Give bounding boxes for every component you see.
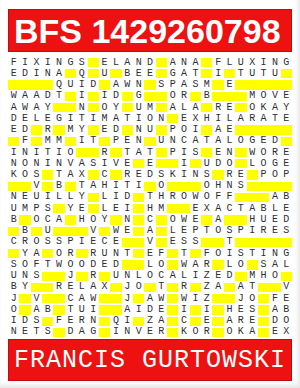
- blocked-cell: [190, 181, 201, 192]
- letter-cell: B: [19, 226, 30, 237]
- blocked-cell: [167, 293, 178, 304]
- letter-cell: O: [178, 192, 189, 203]
- blocked-cell: [281, 136, 292, 147]
- letter-cell: W: [178, 293, 189, 304]
- letter-cell: V: [144, 237, 155, 248]
- letter-cell: N: [133, 57, 144, 68]
- letter-cell: E: [281, 113, 292, 124]
- blocked-cell: [110, 282, 121, 293]
- blocked-cell: [201, 214, 212, 225]
- blocked-cell: [99, 79, 110, 90]
- letter-cell: H: [224, 304, 235, 315]
- letter-cell: U: [156, 136, 167, 147]
- blocked-cell: [133, 316, 144, 327]
- blocked-cell: [269, 181, 280, 192]
- letter-cell: M: [247, 91, 258, 102]
- letter-cell: T: [201, 136, 212, 147]
- blocked-cell: [65, 181, 76, 192]
- blocked-cell: [99, 271, 110, 282]
- letter-cell: B: [201, 91, 212, 102]
- blocked-cell: [8, 248, 19, 259]
- letter-cell: N: [122, 327, 133, 338]
- letter-cell: R: [53, 282, 64, 293]
- blocked-cell: [281, 124, 292, 135]
- letter-cell: T: [76, 113, 87, 124]
- letter-cell: T: [42, 147, 53, 158]
- letter-cell: F: [156, 248, 167, 259]
- letter-cell: O: [19, 169, 30, 180]
- letter-cell: U: [133, 102, 144, 113]
- blocked-cell: [110, 68, 121, 79]
- letter-cell: R: [42, 124, 53, 135]
- blocked-cell: [281, 181, 292, 192]
- blocked-cell: [76, 147, 87, 158]
- blocked-cell: [31, 79, 42, 90]
- letter-cell: U: [110, 271, 121, 282]
- blocked-cell: [178, 181, 189, 192]
- letter-cell: R: [269, 147, 280, 158]
- letter-cell: T: [144, 192, 155, 203]
- blocked-cell: [19, 214, 30, 225]
- blocked-cell: [31, 282, 42, 293]
- letter-cell: T: [247, 248, 258, 259]
- letter-cell: N: [224, 147, 235, 158]
- blocked-cell: [88, 57, 99, 68]
- blocked-cell: [133, 248, 144, 259]
- author-banner: FRANCIS GURTOWSKI: [8, 339, 292, 381]
- letter-cell: L: [53, 192, 64, 203]
- blocked-cell: [247, 79, 258, 90]
- letter-cell: Y: [281, 102, 292, 113]
- letter-cell: Y: [76, 124, 87, 135]
- letter-cell: G: [167, 68, 178, 79]
- letter-cell: I: [88, 304, 99, 315]
- blocked-cell: [31, 124, 42, 135]
- blocked-cell: [212, 304, 223, 315]
- letter-cell: A: [224, 316, 235, 327]
- letter-cell: G: [53, 113, 64, 124]
- letter-cell: U: [42, 226, 53, 237]
- blocked-cell: [76, 226, 87, 237]
- blocked-cell: [201, 237, 212, 248]
- letter-cell: L: [224, 113, 235, 124]
- letter-cell: R: [88, 271, 99, 282]
- letter-cell: C: [99, 169, 110, 180]
- blocked-cell: [212, 79, 223, 90]
- blocked-cell: [133, 226, 144, 237]
- blocked-cell: [247, 259, 258, 270]
- letter-cell: T: [201, 226, 212, 237]
- blocked-cell: [190, 316, 201, 327]
- letter-cell: A: [133, 147, 144, 158]
- blocked-cell: [88, 68, 99, 79]
- letter-cell: T: [65, 304, 76, 315]
- letter-cell: A: [167, 57, 178, 68]
- letter-cell: F: [31, 259, 42, 270]
- letter-cell: M: [247, 271, 258, 282]
- letter-cell: N: [88, 316, 99, 327]
- letter-cell: O: [269, 169, 280, 180]
- letter-cell: L: [178, 102, 189, 113]
- letter-cell: I: [31, 147, 42, 158]
- blocked-cell: [110, 169, 121, 180]
- blocked-cell: [235, 158, 246, 169]
- letter-cell: A: [269, 259, 280, 270]
- letter-cell: A: [178, 79, 189, 90]
- blocked-cell: [156, 226, 167, 237]
- letter-cell: I: [201, 304, 212, 315]
- letter-cell: D: [122, 192, 133, 203]
- letter-cell: A: [76, 158, 87, 169]
- blocked-cell: [247, 237, 258, 248]
- letter-cell: S: [156, 79, 167, 90]
- blocked-cell: [190, 158, 201, 169]
- letter-cell: E: [167, 237, 178, 248]
- letter-cell: P: [167, 147, 178, 158]
- letter-cell: H: [144, 203, 155, 214]
- letter-cell: H: [156, 192, 167, 203]
- letter-cell: C: [178, 316, 189, 327]
- letter-cell: A: [190, 102, 201, 113]
- letter-cell: M: [201, 79, 212, 90]
- blocked-cell: [99, 327, 110, 338]
- blocked-cell: [99, 304, 110, 315]
- letter-cell: E: [133, 169, 144, 180]
- letter-cell: F: [212, 57, 223, 68]
- blocked-cell: [224, 293, 235, 304]
- letter-cell: M: [19, 203, 30, 214]
- letter-cell: E: [269, 226, 280, 237]
- blocked-cell: [269, 124, 280, 135]
- letter-cell: O: [269, 271, 280, 282]
- letter-cell: I: [76, 136, 87, 147]
- blocked-cell: [212, 293, 223, 304]
- letter-cell: B: [122, 68, 133, 79]
- letter-cell: Q: [110, 316, 121, 327]
- book-cover-page: BFS 1429260798 FIXINGSELANDANAFLUXINGEDI…: [0, 0, 300, 388]
- blocked-cell: [156, 124, 167, 135]
- letter-cell: Y: [19, 248, 30, 259]
- letter-cell: I: [65, 113, 76, 124]
- letter-cell: P: [167, 79, 178, 90]
- letter-cell: B: [258, 203, 269, 214]
- blocked-cell: [212, 169, 223, 180]
- letter-cell: A: [53, 214, 64, 225]
- blocked-cell: [99, 136, 110, 147]
- letter-cell: P: [281, 169, 292, 180]
- letter-cell: E: [19, 327, 30, 338]
- letter-cell: E: [269, 327, 280, 338]
- blocked-cell: [212, 327, 223, 338]
- letter-cell: R: [212, 102, 223, 113]
- letter-cell: E: [269, 214, 280, 225]
- letter-cell: T: [122, 248, 133, 259]
- letter-cell: X: [281, 327, 292, 338]
- letter-cell: D: [144, 169, 155, 180]
- blocked-cell: [235, 79, 246, 90]
- letter-cell: U: [65, 79, 76, 90]
- letter-cell: T: [235, 68, 246, 79]
- letter-cell: O: [133, 282, 144, 293]
- letter-cell: E: [99, 57, 110, 68]
- letter-cell: D: [269, 316, 280, 327]
- letter-cell: T: [269, 113, 280, 124]
- letter-cell: D: [281, 214, 292, 225]
- letter-cell: L: [224, 136, 235, 147]
- letter-cell: K: [178, 327, 189, 338]
- letter-cell: H: [99, 181, 110, 192]
- letter-cell: A: [258, 113, 269, 124]
- letter-cell: O: [99, 102, 110, 113]
- letter-cell: O: [53, 248, 64, 259]
- letter-cell: E: [258, 136, 269, 147]
- blocked-cell: [88, 147, 99, 158]
- letter-cell: Z: [201, 293, 212, 304]
- letter-cell: E: [122, 226, 133, 237]
- letter-cell: S: [190, 147, 201, 158]
- letter-cell: J: [122, 293, 133, 304]
- blocked-cell: [212, 91, 223, 102]
- blocked-cell: [224, 91, 235, 102]
- letter-cell: O: [167, 91, 178, 102]
- letter-cell: E: [8, 68, 19, 79]
- letter-cell: F: [19, 136, 30, 147]
- blocked-cell: [258, 192, 269, 203]
- letter-cell: O: [258, 91, 269, 102]
- letter-cell: E: [122, 136, 133, 147]
- blocked-cell: [133, 259, 144, 270]
- blocked-cell: [167, 304, 178, 315]
- letter-cell: A: [235, 113, 246, 124]
- letter-cell: L: [133, 271, 144, 282]
- book-title: BFS 1429260798: [9, 10, 291, 52]
- letter-cell: O: [201, 192, 212, 203]
- letter-cell: C: [99, 237, 110, 248]
- letter-cell: I: [190, 293, 201, 304]
- letter-cell: N: [19, 271, 30, 282]
- blocked-cell: [235, 147, 246, 158]
- blocked-cell: [133, 293, 144, 304]
- letter-cell: N: [42, 68, 53, 79]
- letter-cell: S: [88, 158, 99, 169]
- blocked-cell: [88, 124, 99, 135]
- letter-cell: S: [235, 248, 246, 259]
- blocked-cell: [247, 124, 258, 135]
- letter-cell: S: [247, 304, 258, 315]
- blocked-cell: [65, 91, 76, 102]
- letter-cell: L: [281, 259, 292, 270]
- blocked-cell: [53, 203, 64, 214]
- letter-cell: W: [122, 79, 133, 90]
- letter-cell: M: [99, 113, 110, 124]
- blocked-cell: [133, 158, 144, 169]
- letter-cell: L: [110, 57, 121, 68]
- letter-cell: I: [42, 192, 53, 203]
- blocked-cell: [201, 124, 212, 135]
- letter-cell: S: [31, 271, 42, 282]
- letter-cell: O: [65, 147, 76, 158]
- letter-cell: K: [167, 169, 178, 180]
- blocked-cell: [156, 68, 167, 79]
- letter-cell: U: [8, 203, 19, 214]
- blocked-cell: [212, 237, 223, 248]
- letter-cell: X: [31, 57, 42, 68]
- blocked-cell: [156, 237, 167, 248]
- letter-cell: P: [190, 226, 201, 237]
- letter-cell: A: [212, 136, 223, 147]
- blocked-cell: [19, 181, 30, 192]
- letter-cell: S: [31, 169, 42, 180]
- letter-cell: U: [31, 192, 42, 203]
- blocked-cell: [190, 91, 201, 102]
- letter-cell: P: [65, 237, 76, 248]
- letter-cell: R: [65, 248, 76, 259]
- letter-cell: R: [178, 282, 189, 293]
- letter-cell: Z: [201, 271, 212, 282]
- letter-cell: C: [8, 237, 19, 248]
- letter-cell: E: [281, 147, 292, 158]
- letter-cell: O: [8, 304, 19, 315]
- letter-cell: A: [167, 102, 178, 113]
- letter-cell: N: [269, 57, 280, 68]
- letter-cell: R: [167, 192, 178, 203]
- letter-cell: I: [99, 158, 110, 169]
- letter-cell: B: [8, 214, 19, 225]
- letter-cell: N: [156, 113, 167, 124]
- letter-cell: O: [88, 214, 99, 225]
- blocked-cell: [235, 91, 246, 102]
- letter-cell: O: [258, 158, 269, 169]
- blocked-cell: [281, 79, 292, 90]
- letter-cell: S: [42, 237, 53, 248]
- blocked-cell: [144, 136, 155, 147]
- letter-cell: I: [76, 237, 87, 248]
- letter-cell: L: [31, 113, 42, 124]
- letter-cell: I: [76, 79, 87, 90]
- letter-cell: L: [167, 226, 178, 237]
- letter-cell: T: [31, 327, 42, 338]
- blocked-cell: [110, 304, 121, 315]
- letter-cell: E: [178, 226, 189, 237]
- letter-cell: L: [99, 203, 110, 214]
- letter-cell: E: [281, 203, 292, 214]
- letter-cell: O: [156, 181, 167, 192]
- letter-cell: V: [110, 158, 121, 169]
- letter-cell: E: [133, 68, 144, 79]
- letter-cell: I: [110, 327, 121, 338]
- letter-cell: J: [235, 293, 246, 304]
- letter-cell: C: [144, 214, 155, 225]
- letter-cell: I: [122, 203, 133, 214]
- blocked-cell: [144, 181, 155, 192]
- letter-cell: D: [110, 124, 121, 135]
- letter-cell: A: [110, 113, 121, 124]
- letter-cell: A: [53, 68, 64, 79]
- blocked-cell: [42, 79, 53, 90]
- blocked-cell: [201, 102, 212, 113]
- letter-cell: E: [235, 169, 246, 180]
- letter-cell: F: [201, 248, 212, 259]
- blocked-cell: [235, 271, 246, 282]
- letter-cell: T: [224, 237, 235, 248]
- letter-cell: B: [42, 304, 53, 315]
- blocked-cell: [144, 282, 155, 293]
- letter-cell: E: [65, 282, 76, 293]
- letter-cell: T: [53, 91, 64, 102]
- letter-cell: B: [53, 181, 64, 192]
- letter-cell: T: [53, 169, 64, 180]
- letter-cell: O: [144, 271, 155, 282]
- letter-cell: J: [65, 271, 76, 282]
- letter-cell: M: [42, 136, 53, 147]
- letter-cell: D: [110, 91, 121, 102]
- letter-cell: A: [190, 136, 201, 147]
- letter-cell: A: [144, 293, 155, 304]
- blocked-cell: [42, 293, 53, 304]
- blocked-cell: [235, 192, 246, 203]
- letter-cell: U: [269, 68, 280, 79]
- letter-cell: V: [31, 293, 42, 304]
- blocked-cell: [8, 181, 19, 192]
- letter-cell: B: [281, 304, 292, 315]
- blocked-cell: [269, 79, 280, 90]
- letter-cell: I: [258, 248, 269, 259]
- blocked-cell: [212, 259, 223, 270]
- author-name: FRANCIS GURTOWSKI: [9, 340, 291, 381]
- letter-cell: A: [31, 304, 42, 315]
- letter-cell: A: [88, 181, 99, 192]
- letter-cell: Q: [76, 68, 87, 79]
- blocked-cell: [258, 316, 269, 327]
- letter-cell: K: [258, 102, 269, 113]
- letter-cell: I: [133, 113, 144, 124]
- letter-cell: O: [212, 248, 223, 259]
- blocked-cell: [88, 91, 99, 102]
- letter-cell: Y: [110, 102, 121, 113]
- letter-cell: A: [190, 259, 201, 270]
- letter-cell: I: [88, 113, 99, 124]
- letter-cell: O: [156, 259, 167, 270]
- letter-cell: E: [65, 316, 76, 327]
- letter-cell: S: [8, 259, 19, 270]
- letter-cell: T: [42, 259, 53, 270]
- letter-cell: E: [156, 304, 167, 315]
- letter-cell: N: [178, 57, 189, 68]
- blocked-cell: [167, 316, 178, 327]
- letter-cell: D: [212, 158, 223, 169]
- letter-cell: K: [235, 327, 246, 338]
- letter-cell: E: [281, 158, 292, 169]
- letter-cell: R: [247, 113, 258, 124]
- letter-cell: T: [235, 203, 246, 214]
- letter-cell: D: [269, 136, 280, 147]
- letter-cell: C: [65, 293, 76, 304]
- blocked-cell: [53, 271, 64, 282]
- blocked-cell: [133, 214, 144, 225]
- letter-cell: B: [281, 192, 292, 203]
- letter-cell: E: [19, 192, 30, 203]
- letter-cell: M: [144, 102, 155, 113]
- letter-cell: V: [269, 91, 280, 102]
- blocked-cell: [258, 79, 269, 90]
- letter-cell: R: [19, 237, 30, 248]
- letter-cell: C: [42, 214, 53, 225]
- letter-cell: R: [156, 327, 167, 338]
- blocked-cell: [8, 136, 19, 147]
- letter-cell: E: [247, 316, 258, 327]
- letter-cell: S: [190, 237, 201, 248]
- letter-cell: D: [88, 259, 99, 270]
